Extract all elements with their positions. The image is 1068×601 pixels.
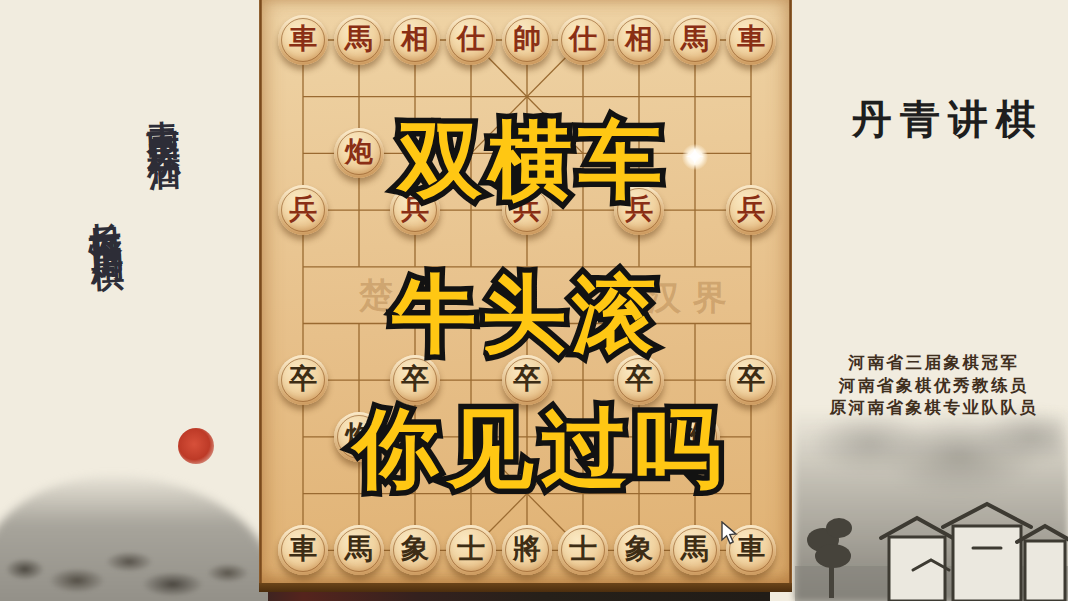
piece-character: 帥 [513, 25, 541, 53]
piece-black-king-e9[interactable]: 將 [502, 525, 552, 575]
poem-column-left: 长日惟消一局棋 [87, 195, 123, 239]
piece-black-advisor-f9[interactable]: 士 [558, 525, 608, 575]
piece-character: 馬 [681, 535, 709, 563]
poem-column-right: 青山不厌三杯酒 [145, 93, 179, 136]
piece-character: 炮 [345, 138, 373, 166]
piece-black-soldier-i6[interactable]: 卒 [726, 355, 776, 405]
channel-title: 丹青讲棋 [834, 92, 1062, 147]
credential-line-3: 原河南省象棋专业队队员 [800, 397, 1068, 420]
piece-character: 士 [457, 535, 485, 563]
piece-red-soldier-i3[interactable]: 兵 [726, 185, 776, 235]
piece-black-advisor-d9[interactable]: 士 [446, 525, 496, 575]
piece-red-chariot-a0[interactable]: 車 [278, 15, 328, 65]
mouse-cursor-icon [721, 521, 739, 545]
piece-character: 兵 [737, 195, 765, 223]
ink-trees-left [0, 528, 280, 601]
piece-character: 象 [625, 535, 653, 563]
piece-black-elephant-c9[interactable]: 象 [390, 525, 440, 575]
piece-character: 仕 [457, 25, 485, 53]
credential-line-1: 河南省三届象棋冠军 [800, 352, 1068, 375]
headline-line-1-fill: 双横车 [398, 111, 668, 209]
piece-character: 相 [401, 25, 429, 53]
piece-character: 將 [513, 535, 541, 563]
piece-character: 士 [569, 535, 597, 563]
red-sun [178, 428, 214, 464]
ink-village-art [795, 478, 1068, 601]
board-shadow-bar [268, 592, 770, 601]
piece-character: 仕 [569, 25, 597, 53]
piece-red-advisor-f0[interactable]: 仕 [558, 15, 608, 65]
piece-black-horse-b9[interactable]: 馬 [334, 525, 384, 575]
headline-line-2: 牛头滚 牛头滚 [392, 258, 662, 372]
piece-black-horse-h9[interactable]: 馬 [670, 525, 720, 575]
piece-character: 兵 [289, 195, 317, 223]
piece-red-soldier-a3[interactable]: 兵 [278, 185, 328, 235]
headline-line-2-fill: 牛头滚 [392, 265, 662, 363]
headline-line-1: 双横车 双横车 [398, 104, 668, 218]
piece-character: 車 [289, 535, 317, 563]
piece-character: 卒 [737, 365, 765, 393]
headline-line-3-fill: 你见过吗 [353, 398, 729, 498]
piece-character: 象 [401, 535, 429, 563]
piece-character: 馬 [681, 25, 709, 53]
piece-red-elephant-g0[interactable]: 相 [614, 15, 664, 65]
piece-character: 車 [737, 25, 765, 53]
credential-line-2: 河南省象棋优秀教练员 [800, 375, 1068, 398]
piece-character: 馬 [345, 25, 373, 53]
piece-red-king-e0[interactable]: 帥 [502, 15, 552, 65]
piece-character: 卒 [289, 365, 317, 393]
last-move-sparkle-icon: ✦ [682, 144, 708, 170]
piece-character: 相 [625, 25, 653, 53]
piece-black-soldier-a6[interactable]: 卒 [278, 355, 328, 405]
board-bottom-edge [259, 583, 792, 592]
piece-red-horse-b0[interactable]: 馬 [334, 15, 384, 65]
piece-character: 車 [737, 535, 765, 563]
piece-character: 車 [289, 25, 317, 53]
piece-character: 馬 [345, 535, 373, 563]
credentials-block: 河南省三届象棋冠军 河南省象棋优秀教练员 原河南省象棋专业队队员 [800, 352, 1068, 420]
piece-red-elephant-c0[interactable]: 相 [390, 15, 440, 65]
headline-line-3: 你见过吗 你见过吗 [353, 391, 729, 508]
piece-black-chariot-a9[interactable]: 車 [278, 525, 328, 575]
piece-black-elephant-g9[interactable]: 象 [614, 525, 664, 575]
piece-red-chariot-i0[interactable]: 車 [726, 15, 776, 65]
video-frame: 青山不厌三杯酒 长日惟消一局棋 丹青讲棋 河南省三届象棋冠军 河南省象棋优秀教练… [0, 0, 1068, 601]
piece-red-horse-h0[interactable]: 馬 [670, 15, 720, 65]
piece-red-advisor-d0[interactable]: 仕 [446, 15, 496, 65]
